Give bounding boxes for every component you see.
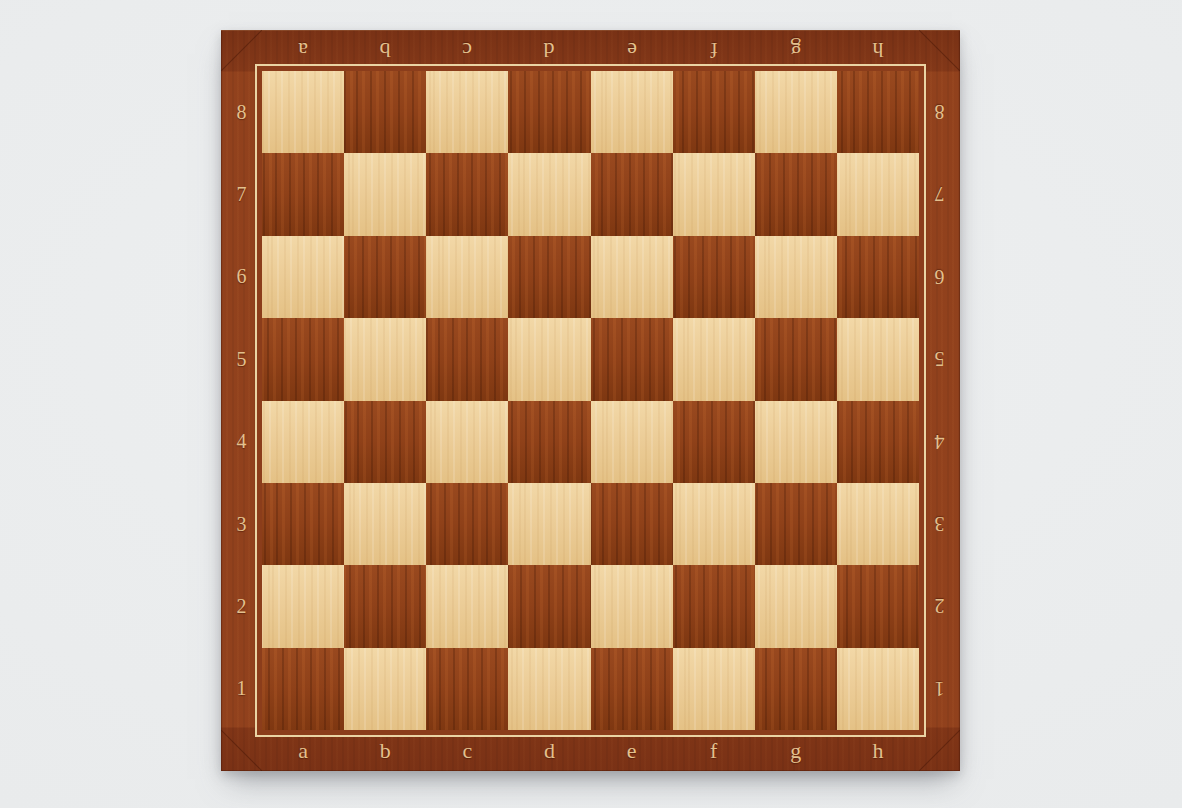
- square-f2: [673, 565, 755, 647]
- square-g5: [755, 318, 837, 400]
- photo-backdrop: abcdefgh abcdefgh 87654321 87654321: [0, 0, 1182, 808]
- square-f3: [673, 483, 755, 565]
- rank-left-label-2: 2: [221, 565, 262, 647]
- square-b3: [344, 483, 426, 565]
- rank-left-label-4: 4: [221, 401, 262, 483]
- square-g1: [755, 648, 837, 730]
- file-bottom-label-d: d: [508, 730, 590, 771]
- square-g8: [755, 71, 837, 153]
- rank-right-label-2: 2: [919, 565, 960, 647]
- rank-right-label-3: 3: [919, 483, 960, 565]
- rank-left-label-3: 3: [221, 483, 262, 565]
- rank-left-label-1: 1: [221, 648, 262, 730]
- frame-miter-bottom-left: [221, 730, 262, 771]
- file-bottom-label-h: h: [837, 730, 919, 771]
- frame-miter-bottom-right: [919, 730, 960, 771]
- file-bottom-label-c: c: [426, 730, 508, 771]
- square-d8: [508, 71, 590, 153]
- square-g4: [755, 401, 837, 483]
- square-c6: [426, 236, 508, 318]
- frame-miter-top-left: [221, 30, 262, 71]
- square-d1: [508, 648, 590, 730]
- square-b2: [344, 565, 426, 647]
- file-bottom-label-g: g: [755, 730, 837, 771]
- square-g6: [755, 236, 837, 318]
- square-e8: [591, 71, 673, 153]
- rank-left-label-8: 8: [221, 71, 262, 153]
- chess-board: abcdefgh abcdefgh 87654321 87654321: [221, 30, 960, 771]
- square-a7: [262, 153, 344, 235]
- square-f8: [673, 71, 755, 153]
- square-c8: [426, 71, 508, 153]
- square-b8: [344, 71, 426, 153]
- square-g7: [755, 153, 837, 235]
- file-labels-top: abcdefgh: [262, 30, 919, 71]
- square-h5: [837, 318, 919, 400]
- square-d4: [508, 401, 590, 483]
- square-c7: [426, 153, 508, 235]
- file-top-label-g: g: [755, 30, 837, 71]
- square-a8: [262, 71, 344, 153]
- square-h4: [837, 401, 919, 483]
- square-h2: [837, 565, 919, 647]
- square-e2: [591, 565, 673, 647]
- square-c5: [426, 318, 508, 400]
- square-e4: [591, 401, 673, 483]
- rank-right-label-1: 1: [919, 648, 960, 730]
- square-d7: [508, 153, 590, 235]
- file-top-label-b: b: [344, 30, 426, 71]
- file-top-label-e: e: [591, 30, 673, 71]
- square-b6: [344, 236, 426, 318]
- square-c2: [426, 565, 508, 647]
- rank-labels-right: 87654321: [919, 71, 960, 730]
- square-c3: [426, 483, 508, 565]
- square-a3: [262, 483, 344, 565]
- square-b5: [344, 318, 426, 400]
- square-a2: [262, 565, 344, 647]
- square-h6: [837, 236, 919, 318]
- frame-miter-top-right: [919, 30, 960, 71]
- square-a1: [262, 648, 344, 730]
- playing-area: [262, 71, 919, 730]
- rank-right-label-4: 4: [919, 401, 960, 483]
- rank-labels-left: 87654321: [221, 71, 262, 730]
- square-f5: [673, 318, 755, 400]
- square-d5: [508, 318, 590, 400]
- square-e1: [591, 648, 673, 730]
- rank-left-label-5: 5: [221, 318, 262, 400]
- square-h7: [837, 153, 919, 235]
- square-f1: [673, 648, 755, 730]
- file-bottom-label-f: f: [673, 730, 755, 771]
- square-d2: [508, 565, 590, 647]
- square-a5: [262, 318, 344, 400]
- square-f6: [673, 236, 755, 318]
- rank-left-label-7: 7: [221, 153, 262, 235]
- file-labels-bottom: abcdefgh: [262, 730, 919, 771]
- square-b1: [344, 648, 426, 730]
- square-a4: [262, 401, 344, 483]
- file-bottom-label-e: e: [591, 730, 673, 771]
- file-top-label-d: d: [508, 30, 590, 71]
- square-f7: [673, 153, 755, 235]
- square-h8: [837, 71, 919, 153]
- rank-right-label-8: 8: [919, 71, 960, 153]
- square-c4: [426, 401, 508, 483]
- square-h1: [837, 648, 919, 730]
- square-e6: [591, 236, 673, 318]
- play-grid: [262, 71, 919, 730]
- square-b7: [344, 153, 426, 235]
- square-b4: [344, 401, 426, 483]
- file-top-label-a: a: [262, 30, 344, 71]
- rank-right-label-6: 6: [919, 236, 960, 318]
- rank-right-label-7: 7: [919, 153, 960, 235]
- file-bottom-label-b: b: [344, 730, 426, 771]
- file-top-label-h: h: [837, 30, 919, 71]
- square-e3: [591, 483, 673, 565]
- rank-right-label-5: 5: [919, 318, 960, 400]
- square-d6: [508, 236, 590, 318]
- square-a6: [262, 236, 344, 318]
- file-top-label-c: c: [426, 30, 508, 71]
- square-g3: [755, 483, 837, 565]
- square-e5: [591, 318, 673, 400]
- square-g2: [755, 565, 837, 647]
- file-top-label-f: f: [673, 30, 755, 71]
- file-bottom-label-a: a: [262, 730, 344, 771]
- square-f4: [673, 401, 755, 483]
- square-c1: [426, 648, 508, 730]
- square-h3: [837, 483, 919, 565]
- square-d3: [508, 483, 590, 565]
- square-e7: [591, 153, 673, 235]
- rank-left-label-6: 6: [221, 236, 262, 318]
